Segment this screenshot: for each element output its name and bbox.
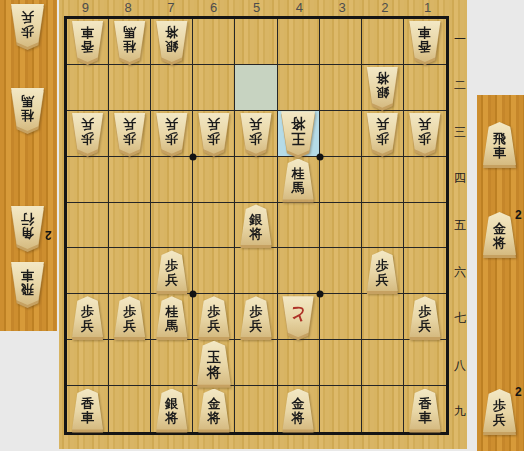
square-34[interactable] — [320, 157, 362, 203]
rank-label: 三 — [451, 109, 469, 156]
rank-labels: 一二三四五六七八九 — [451, 16, 469, 435]
square-77[interactable]: 桂馬 — [151, 294, 193, 340]
piece-kanji: 歩兵 — [123, 117, 136, 145]
square-42[interactable] — [278, 65, 320, 111]
square-36[interactable] — [320, 248, 362, 294]
file-label: 4 — [278, 0, 321, 16]
file-label: 7 — [150, 0, 193, 16]
gote-king-piece[interactable]: 王将 — [280, 111, 316, 155]
square-11[interactable]: 香車 — [404, 19, 446, 65]
square-78[interactable] — [151, 340, 193, 386]
piece-kanji: 歩兵 — [81, 305, 94, 333]
square-94[interactable] — [67, 157, 109, 203]
square-92[interactable] — [67, 65, 109, 111]
square-44[interactable]: 桂馬 — [278, 157, 320, 203]
square-21[interactable] — [362, 19, 404, 65]
hoshi-dot — [316, 153, 323, 160]
gote-pawn-piece[interactable]: 歩兵 — [408, 113, 441, 154]
gote-lance-piece[interactable]: 香車 — [408, 21, 441, 62]
file-label: 3 — [321, 0, 364, 16]
gote-silver-piece[interactable]: 銀将 — [155, 21, 188, 62]
square-48[interactable] — [278, 340, 320, 386]
hoshi-dot — [190, 153, 197, 160]
piece-kanji: 桂馬 — [165, 305, 178, 333]
square-76[interactable]: 歩兵 — [151, 248, 193, 294]
gote-tokin-piece[interactable]: と — [282, 296, 315, 337]
piece-kanji: 歩兵 — [493, 399, 506, 427]
square-89[interactable] — [109, 386, 151, 432]
square-47[interactable]: と — [278, 294, 320, 340]
file-label: 2 — [363, 0, 406, 16]
file-labels: 987654321 — [64, 0, 449, 16]
square-59[interactable] — [235, 386, 277, 432]
piece-kanji: 歩兵 — [249, 305, 262, 333]
piece-kanji: 角行 — [21, 212, 34, 240]
square-63[interactable]: 歩兵 — [193, 111, 235, 157]
square-55[interactable]: 銀将 — [235, 203, 277, 249]
board-grid: 香車桂馬銀将香車銀将歩兵歩兵歩兵歩兵歩兵王将歩兵歩兵桂馬銀将歩兵歩兵歩兵歩兵桂馬… — [64, 16, 449, 435]
captured-count: 2 — [515, 385, 522, 399]
square-13[interactable]: 歩兵 — [404, 111, 446, 157]
sente-pawn-piece[interactable]: 歩兵 — [482, 389, 517, 432]
sente-pawn-piece[interactable]: 歩兵 — [408, 296, 441, 337]
square-27[interactable] — [362, 294, 404, 340]
gote-pawn-piece[interactable]: 歩兵 — [113, 113, 146, 154]
piece-kanji: 歩兵 — [123, 305, 136, 333]
file-label: 1 — [406, 0, 449, 16]
piece-kanji: 銀将 — [165, 25, 178, 53]
rank-label: 四 — [451, 156, 469, 203]
piece-kanji: 歩兵 — [418, 305, 431, 333]
piece-kanji: 香車 — [418, 397, 431, 425]
square-96[interactable] — [67, 248, 109, 294]
square-32[interactable] — [320, 65, 362, 111]
square-73[interactable]: 歩兵 — [151, 111, 193, 157]
piece-kanji: 桂馬 — [21, 94, 34, 122]
square-58[interactable] — [235, 340, 277, 386]
sente-pawn-piece[interactable]: 歩兵 — [71, 296, 104, 337]
piece-kanji: 香車 — [418, 25, 431, 53]
sente-pawn-piece[interactable]: 歩兵 — [155, 250, 188, 291]
piece-kanji: 香車 — [81, 397, 94, 425]
piece-kanji: 飛車 — [21, 268, 34, 296]
square-53[interactable]: 歩兵 — [235, 111, 277, 157]
square-81[interactable]: 桂馬 — [109, 19, 151, 65]
gote-rook-piece[interactable]: 飛車 — [10, 262, 45, 305]
piece-kanji: 金将 — [292, 397, 305, 425]
hoshi-dot — [316, 291, 323, 298]
square-25[interactable] — [362, 203, 404, 249]
square-67[interactable]: 歩兵 — [193, 294, 235, 340]
square-17[interactable]: 歩兵 — [404, 294, 446, 340]
square-75[interactable] — [151, 203, 193, 249]
sente-king-piece[interactable]: 玉将 — [196, 341, 232, 385]
sente-rook-piece[interactable]: 飛車 — [482, 122, 517, 165]
square-88[interactable] — [109, 340, 151, 386]
square-31[interactable] — [320, 19, 362, 65]
square-33[interactable] — [320, 111, 362, 157]
square-57[interactable]: 歩兵 — [235, 294, 277, 340]
sente-lance-piece[interactable]: 香車 — [408, 389, 441, 430]
piece-kanji: 香車 — [81, 25, 94, 53]
captured-count: 2 — [45, 228, 52, 242]
gote-lance-piece[interactable]: 香車 — [71, 21, 104, 62]
square-41[interactable] — [278, 19, 320, 65]
square-79[interactable]: 銀将 — [151, 386, 193, 432]
sente-lance-piece[interactable]: 香車 — [71, 389, 104, 430]
piece-kanji: と — [289, 306, 306, 324]
square-22[interactable]: 銀将 — [362, 65, 404, 111]
square-91[interactable]: 香車 — [67, 19, 109, 65]
square-97[interactable]: 歩兵 — [67, 294, 109, 340]
piece-kanji: 玉将 — [207, 350, 221, 380]
square-85[interactable] — [109, 203, 151, 249]
square-15[interactable] — [404, 203, 446, 249]
square-43[interactable]: 王将 — [278, 111, 320, 157]
piece-kanji: 歩兵 — [21, 10, 34, 38]
square-24[interactable] — [362, 157, 404, 203]
piece-kanji: 飛車 — [493, 132, 506, 160]
square-54[interactable] — [235, 157, 277, 203]
square-16[interactable] — [404, 248, 446, 294]
square-18[interactable] — [404, 340, 446, 386]
square-14[interactable] — [404, 157, 446, 203]
square-51[interactable] — [235, 19, 277, 65]
piece-kanji: 歩兵 — [81, 117, 94, 145]
file-label: 5 — [235, 0, 278, 16]
piece-kanji: 歩兵 — [376, 117, 389, 145]
rank-label: 七 — [451, 295, 469, 342]
square-93[interactable]: 歩兵 — [67, 111, 109, 157]
square-37[interactable] — [320, 294, 362, 340]
square-82[interactable] — [109, 65, 151, 111]
sente-captured-tray: 飛車金将2歩兵2 — [477, 95, 524, 451]
captured-count: 2 — [515, 208, 522, 222]
piece-kanji: 歩兵 — [418, 117, 431, 145]
square-83[interactable]: 歩兵 — [109, 111, 151, 157]
square-39[interactable] — [320, 386, 362, 432]
square-56[interactable] — [235, 248, 277, 294]
square-71[interactable]: 銀将 — [151, 19, 193, 65]
piece-kanji: 歩兵 — [207, 117, 220, 145]
square-61[interactable] — [193, 19, 235, 65]
square-49[interactable]: 金将 — [278, 386, 320, 432]
square-69[interactable]: 金将 — [193, 386, 235, 432]
square-35[interactable] — [320, 203, 362, 249]
hoshi-dot — [190, 291, 197, 298]
sente-knight-piece[interactable]: 桂馬 — [155, 296, 188, 337]
file-label: 8 — [107, 0, 150, 16]
square-64[interactable] — [193, 157, 235, 203]
rank-label: 二 — [451, 63, 469, 110]
sente-gold-piece[interactable]: 金将 — [282, 389, 315, 430]
square-28[interactable] — [362, 340, 404, 386]
gote-knight-piece[interactable]: 桂馬 — [10, 88, 45, 131]
piece-kanji: 歩兵 — [249, 117, 262, 145]
sente-knight-piece[interactable]: 桂馬 — [282, 159, 315, 200]
piece-kanji: 金将 — [207, 397, 220, 425]
gote-pawn-piece[interactable]: 歩兵 — [155, 113, 188, 154]
gote-bishop-piece[interactable]: 角行 — [10, 206, 45, 249]
square-95[interactable] — [67, 203, 109, 249]
piece-kanji: 金将 — [493, 222, 506, 250]
square-84[interactable] — [109, 157, 151, 203]
square-86[interactable] — [109, 248, 151, 294]
square-52[interactable] — [235, 65, 277, 111]
gote-pawn-piece[interactable]: 歩兵 — [239, 113, 272, 154]
sente-silver-piece[interactable]: 銀将 — [239, 204, 272, 245]
file-label: 9 — [64, 0, 107, 16]
gote-pawn-piece[interactable]: 歩兵 — [197, 113, 230, 154]
shogi-app: 歩兵桂馬角行2飛車 987654321 一二三四五六七八九 香車桂馬銀将香車銀将… — [0, 0, 524, 451]
file-label: 6 — [192, 0, 235, 16]
piece-kanji: 歩兵 — [165, 117, 178, 145]
piece-kanji: 王将 — [291, 116, 305, 146]
square-12[interactable] — [404, 65, 446, 111]
rank-label: 六 — [451, 249, 469, 296]
sente-pawn-piece[interactable]: 歩兵 — [366, 250, 399, 291]
rank-label: 八 — [451, 342, 469, 389]
piece-kanji: 歩兵 — [376, 259, 389, 287]
sente-gold-piece[interactable]: 金将 — [482, 212, 517, 255]
gote-pawn-piece[interactable]: 歩兵 — [10, 4, 45, 47]
rank-label: 五 — [451, 202, 469, 249]
sente-gold-piece[interactable]: 金将 — [197, 389, 230, 430]
sente-pawn-piece[interactable]: 歩兵 — [113, 296, 146, 337]
square-62[interactable] — [193, 65, 235, 111]
piece-kanji: 桂馬 — [123, 25, 136, 53]
gote-pawn-piece[interactable]: 歩兵 — [71, 113, 104, 154]
gote-pawn-piece[interactable]: 歩兵 — [366, 113, 399, 154]
square-46[interactable] — [278, 248, 320, 294]
piece-kanji: 銀将 — [376, 71, 389, 99]
piece-kanji: 桂馬 — [292, 167, 305, 195]
square-98[interactable] — [67, 340, 109, 386]
square-23[interactable]: 歩兵 — [362, 111, 404, 157]
piece-kanji: 歩兵 — [165, 259, 178, 287]
piece-kanji: 銀将 — [249, 213, 262, 241]
square-99[interactable]: 香車 — [67, 386, 109, 432]
sente-pawn-piece[interactable]: 歩兵 — [197, 296, 230, 337]
gote-captured-tray: 歩兵桂馬角行2飛車 — [0, 0, 57, 331]
square-72[interactable] — [151, 65, 193, 111]
square-87[interactable]: 歩兵 — [109, 294, 151, 340]
square-74[interactable] — [151, 157, 193, 203]
sente-silver-piece[interactable]: 銀将 — [155, 389, 188, 430]
piece-kanji: 銀将 — [165, 397, 178, 425]
square-38[interactable] — [320, 340, 362, 386]
square-68[interactable]: 玉将 — [193, 340, 235, 386]
square-29[interactable] — [362, 386, 404, 432]
square-26[interactable]: 歩兵 — [362, 248, 404, 294]
gote-knight-piece[interactable]: 桂馬 — [113, 21, 146, 62]
sente-pawn-piece[interactable]: 歩兵 — [239, 296, 272, 337]
square-65[interactable] — [193, 203, 235, 249]
rank-label: 九 — [451, 389, 469, 436]
square-66[interactable] — [193, 248, 235, 294]
square-19[interactable]: 香車 — [404, 386, 446, 432]
rank-label: 一 — [451, 16, 469, 63]
gote-silver-piece[interactable]: 銀将 — [366, 67, 399, 108]
square-45[interactable] — [278, 203, 320, 249]
piece-kanji: 歩兵 — [207, 305, 220, 333]
